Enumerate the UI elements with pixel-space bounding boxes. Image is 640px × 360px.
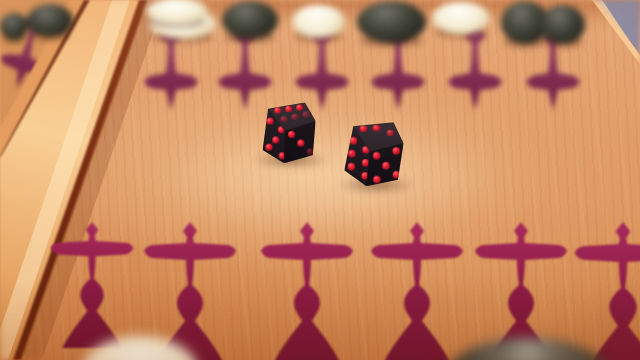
near-checker-black[interactable] — [444, 338, 612, 360]
backgammon-board-photo — [0, 0, 640, 360]
near-checkers-layer — [0, 0, 640, 360]
near-checker-white[interactable] — [82, 336, 198, 360]
